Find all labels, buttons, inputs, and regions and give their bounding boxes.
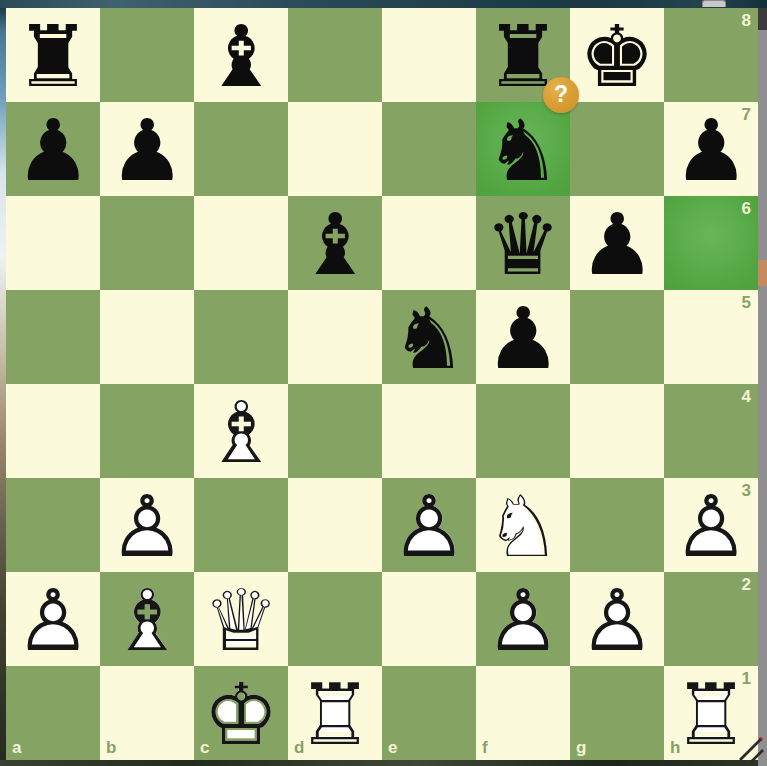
square-f5[interactable]: ♟ bbox=[476, 290, 570, 384]
square-b2[interactable]: ♝♗ bbox=[100, 572, 194, 666]
square-f3[interactable]: ♞♘ bbox=[476, 478, 570, 572]
coord-rank-6: 6 bbox=[742, 199, 751, 219]
square-f2[interactable]: ♟♙ bbox=[476, 572, 570, 666]
square-f1[interactable]: f bbox=[476, 666, 570, 760]
square-g8[interactable]: ♚ bbox=[570, 8, 664, 102]
square-b4[interactable] bbox=[100, 384, 194, 478]
square-e2[interactable] bbox=[382, 572, 476, 666]
square-d8[interactable] bbox=[288, 8, 382, 102]
square-g3[interactable] bbox=[570, 478, 664, 572]
square-e5[interactable]: ♞ bbox=[382, 290, 476, 384]
square-a3[interactable] bbox=[6, 478, 100, 572]
square-e3[interactable]: ♟♙ bbox=[382, 478, 476, 572]
coord-file-f: f bbox=[482, 738, 488, 758]
square-g1[interactable]: g bbox=[570, 666, 664, 760]
coord-rank-2: 2 bbox=[742, 575, 751, 595]
coord-file-c: c bbox=[200, 738, 209, 758]
coord-rank-3: 3 bbox=[742, 481, 751, 501]
white-queen[interactable]: ♛♕ bbox=[194, 572, 288, 666]
black-pawn[interactable]: ♟ bbox=[570, 196, 664, 290]
scrollbar[interactable] bbox=[758, 8, 767, 766]
app-window: ♜♝♜♚8♟♟♞♟7♝♛♟6♞♟5♝♗4♟♙♟♙♞♘♟♙3♟♙♝♗♛♕♟♙♟♙2… bbox=[0, 0, 767, 766]
background-photo-bottom-strip bbox=[0, 760, 758, 766]
coord-rank-4: 4 bbox=[742, 387, 751, 407]
square-d7[interactable] bbox=[288, 102, 382, 196]
coord-file-d: d bbox=[294, 738, 304, 758]
white-pawn[interactable]: ♟♙ bbox=[476, 572, 570, 666]
square-d4[interactable] bbox=[288, 384, 382, 478]
white-bishop[interactable]: ♝♗ bbox=[194, 384, 288, 478]
coord-file-h: h bbox=[670, 738, 680, 758]
window-tab-fragment bbox=[702, 0, 726, 7]
black-knight[interactable]: ♞ bbox=[382, 290, 476, 384]
square-e7[interactable] bbox=[382, 102, 476, 196]
scrollbar-orange-segment bbox=[758, 260, 767, 286]
square-g2[interactable]: ♟♙ bbox=[570, 572, 664, 666]
black-knight[interactable]: ♞ bbox=[476, 102, 570, 196]
square-a1[interactable]: a bbox=[6, 666, 100, 760]
black-rook[interactable]: ♜ bbox=[6, 8, 100, 102]
coord-file-e: e bbox=[388, 738, 397, 758]
white-pawn[interactable]: ♟♙ bbox=[6, 572, 100, 666]
square-b3[interactable]: ♟♙ bbox=[100, 478, 194, 572]
square-d2[interactable] bbox=[288, 572, 382, 666]
square-a4[interactable] bbox=[6, 384, 100, 478]
black-king[interactable]: ♚ bbox=[570, 8, 664, 102]
coord-file-b: b bbox=[106, 738, 116, 758]
square-c1[interactable]: ♚♔c bbox=[194, 666, 288, 760]
square-f4[interactable] bbox=[476, 384, 570, 478]
square-d1[interactable]: ♜♖d bbox=[288, 666, 382, 760]
square-g4[interactable] bbox=[570, 384, 664, 478]
square-c7[interactable] bbox=[194, 102, 288, 196]
square-c4[interactable]: ♝♗ bbox=[194, 384, 288, 478]
square-c5[interactable] bbox=[194, 290, 288, 384]
square-c6[interactable] bbox=[194, 196, 288, 290]
square-h8[interactable]: 8 bbox=[664, 8, 758, 102]
square-b8[interactable] bbox=[100, 8, 194, 102]
square-b6[interactable] bbox=[100, 196, 194, 290]
white-pawn[interactable]: ♟♙ bbox=[382, 478, 476, 572]
square-g6[interactable]: ♟ bbox=[570, 196, 664, 290]
square-h2[interactable]: 2 bbox=[664, 572, 758, 666]
resize-handle-icon[interactable] bbox=[737, 736, 764, 763]
black-pawn[interactable]: ♟ bbox=[476, 290, 570, 384]
square-b7[interactable]: ♟ bbox=[100, 102, 194, 196]
coord-file-a: a bbox=[12, 738, 21, 758]
square-d3[interactable] bbox=[288, 478, 382, 572]
white-bishop[interactable]: ♝♗ bbox=[100, 572, 194, 666]
square-a6[interactable] bbox=[6, 196, 100, 290]
white-pawn[interactable]: ♟♙ bbox=[100, 478, 194, 572]
square-a8[interactable]: ♜ bbox=[6, 8, 100, 102]
square-a7[interactable]: ♟ bbox=[6, 102, 100, 196]
coord-rank-7: 7 bbox=[742, 105, 751, 125]
black-bishop[interactable]: ♝ bbox=[194, 8, 288, 102]
square-h6[interactable]: 6 bbox=[664, 196, 758, 290]
square-f6[interactable]: ♛ bbox=[476, 196, 570, 290]
square-h3[interactable]: ♟♙3 bbox=[664, 478, 758, 572]
square-d5[interactable] bbox=[288, 290, 382, 384]
square-h7[interactable]: ♟7 bbox=[664, 102, 758, 196]
black-queen[interactable]: ♛ bbox=[476, 196, 570, 290]
square-a2[interactable]: ♟♙ bbox=[6, 572, 100, 666]
coord-file-g: g bbox=[576, 738, 586, 758]
square-a5[interactable] bbox=[6, 290, 100, 384]
square-b1[interactable]: b bbox=[100, 666, 194, 760]
square-g7[interactable] bbox=[570, 102, 664, 196]
black-pawn[interactable]: ♟ bbox=[6, 102, 100, 196]
scrollbar-dark-segment bbox=[758, 8, 767, 30]
square-e4[interactable] bbox=[382, 384, 476, 478]
square-e1[interactable]: e bbox=[382, 666, 476, 760]
square-c2[interactable]: ♛♕ bbox=[194, 572, 288, 666]
coord-rank-5: 5 bbox=[742, 293, 751, 313]
coord-rank-1: 1 bbox=[742, 669, 751, 689]
black-pawn[interactable]: ♟ bbox=[100, 102, 194, 196]
square-e6[interactable] bbox=[382, 196, 476, 290]
square-c3[interactable] bbox=[194, 478, 288, 572]
square-c8[interactable]: ♝ bbox=[194, 8, 288, 102]
black-bishop[interactable]: ♝ bbox=[288, 196, 382, 290]
white-pawn[interactable]: ♟♙ bbox=[570, 572, 664, 666]
chess-board[interactable]: ♜♝♜♚8♟♟♞♟7♝♛♟6♞♟5♝♗4♟♙♟♙♞♘♟♙3♟♙♝♗♛♕♟♙♟♙2… bbox=[6, 8, 758, 760]
square-h4[interactable]: 4 bbox=[664, 384, 758, 478]
mistake-annotation-badge: ? bbox=[543, 77, 579, 113]
square-e8[interactable] bbox=[382, 8, 476, 102]
square-g5[interactable] bbox=[570, 290, 664, 384]
coord-rank-8: 8 bbox=[742, 11, 751, 31]
square-b5[interactable] bbox=[100, 290, 194, 384]
square-d6[interactable]: ♝ bbox=[288, 196, 382, 290]
square-h5[interactable]: 5 bbox=[664, 290, 758, 384]
square-f7[interactable]: ♞ bbox=[476, 102, 570, 196]
white-knight[interactable]: ♞♘ bbox=[476, 478, 570, 572]
background-photo-top-strip bbox=[0, 0, 767, 8]
